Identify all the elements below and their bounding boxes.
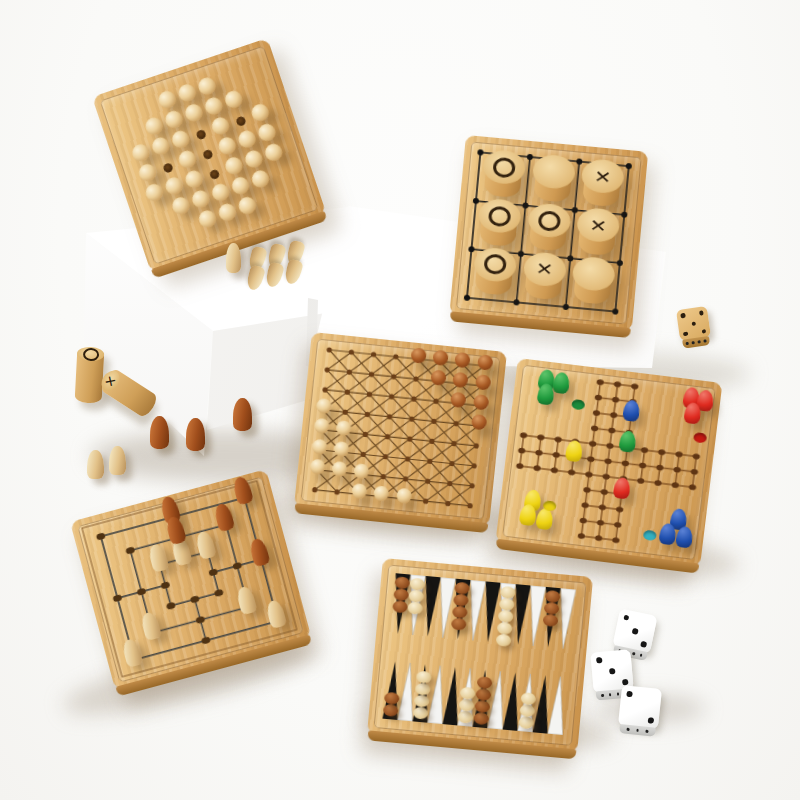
die-side-pip [646,730,649,733]
die-side-face [682,336,710,349]
die-pip [699,310,704,315]
die-side-pip [609,693,612,696]
white-die [612,608,657,653]
die-side-face [619,724,656,737]
die-pip [596,657,602,663]
die-side-pip [639,654,642,657]
product-photo-scene: ✕✕✕ ✕ [0,0,800,800]
die-side-pip [627,728,630,731]
die-side-pip [616,693,619,696]
die-side-pip [601,694,604,697]
die-pip [683,331,688,336]
die-pip [701,329,706,334]
die-pip [691,321,696,326]
die-pip [626,691,632,697]
die-pip [680,313,685,318]
wooden-die [676,306,711,341]
die-side-pip [698,340,701,343]
die-pip [609,668,615,674]
die-pip [622,679,628,685]
dice-layer [0,0,800,800]
die-side-pip [703,340,706,343]
die-side-pip [632,652,635,655]
die-side-pip [686,342,689,345]
die-side-pip [636,729,639,732]
white-die [618,685,662,729]
die-pip [648,717,654,723]
die-pip [623,614,630,621]
die-pip [632,628,639,635]
die-pip [641,641,648,648]
die-side-pip [692,341,695,344]
